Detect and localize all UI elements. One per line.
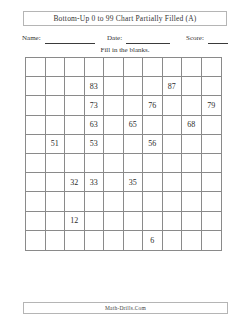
grid-cell-r2c10[interactable] bbox=[202, 77, 222, 96]
grid-cell-r8c9[interactable] bbox=[182, 192, 202, 211]
grid-cell-r10c5[interactable] bbox=[104, 231, 124, 250]
grid-cell-r8c7[interactable] bbox=[143, 192, 163, 211]
grid-cell-r1c10[interactable] bbox=[202, 58, 222, 77]
grid-cell-r1c5[interactable] bbox=[104, 58, 124, 77]
grid-cell-r6c4[interactable] bbox=[85, 154, 105, 173]
grid-cell-r8c10[interactable] bbox=[202, 192, 222, 211]
page-title: Bottom-Up 0 to 99 Chart Partially Filled… bbox=[23, 11, 227, 26]
grid-cell-r4c5[interactable] bbox=[104, 116, 124, 135]
grid-cell-r5c2: 51 bbox=[46, 135, 66, 154]
grid-cell-r2c3[interactable] bbox=[65, 77, 85, 96]
grid-cell-r9c3: 12 bbox=[65, 212, 85, 231]
grid-cell-r10c9[interactable] bbox=[182, 231, 202, 250]
grid-cell-r2c8: 87 bbox=[163, 77, 183, 96]
grid-cell-r9c9[interactable] bbox=[182, 212, 202, 231]
grid-cell-r1c3[interactable] bbox=[65, 58, 85, 77]
number-grid: 8387737679636568515356323335126 bbox=[25, 57, 222, 251]
grid-cell-r3c8[interactable] bbox=[163, 96, 183, 115]
grid-cell-r2c5[interactable] bbox=[104, 77, 124, 96]
grid-cell-r10c10[interactable] bbox=[202, 231, 222, 250]
grid-cell-r7c3: 32 bbox=[65, 173, 85, 192]
grid-cell-r4c4: 63 bbox=[85, 116, 105, 135]
grid-cell-r3c9[interactable] bbox=[182, 96, 202, 115]
grid-cell-r7c1[interactable] bbox=[26, 173, 46, 192]
grid-cell-r6c6[interactable] bbox=[124, 154, 144, 173]
grid-cell-r3c3[interactable] bbox=[65, 96, 85, 115]
name-input-line[interactable] bbox=[45, 35, 95, 44]
grid-cell-r5c4: 53 bbox=[85, 135, 105, 154]
grid-cell-r8c8[interactable] bbox=[163, 192, 183, 211]
grid-cell-r9c7[interactable] bbox=[143, 212, 163, 231]
grid-cell-r9c1[interactable] bbox=[26, 212, 46, 231]
grid-cell-r5c7: 56 bbox=[143, 135, 163, 154]
grid-cell-r5c6[interactable] bbox=[124, 135, 144, 154]
grid-cell-r4c7[interactable] bbox=[143, 116, 163, 135]
grid-cell-r4c3[interactable] bbox=[65, 116, 85, 135]
worksheet-page: Bottom-Up 0 to 99 Chart Partially Filled… bbox=[0, 0, 250, 324]
grid-cell-r10c8[interactable] bbox=[163, 231, 183, 250]
grid-cell-r8c6[interactable] bbox=[124, 192, 144, 211]
grid-cell-r1c9[interactable] bbox=[182, 58, 202, 77]
grid-cell-r2c6[interactable] bbox=[124, 77, 144, 96]
grid-cell-r2c1[interactable] bbox=[26, 77, 46, 96]
grid-cell-r3c5[interactable] bbox=[104, 96, 124, 115]
grid-cell-r3c10: 79 bbox=[202, 96, 222, 115]
grid-cell-r7c2[interactable] bbox=[46, 173, 66, 192]
grid-cell-r2c7[interactable] bbox=[143, 77, 163, 96]
grid-cell-r6c5[interactable] bbox=[104, 154, 124, 173]
grid-cell-r8c1[interactable] bbox=[26, 192, 46, 211]
grid-cell-r7c5[interactable] bbox=[104, 173, 124, 192]
grid-cell-r7c8[interactable] bbox=[163, 173, 183, 192]
grid-cell-r4c1[interactable] bbox=[26, 116, 46, 135]
grid-cell-r5c5[interactable] bbox=[104, 135, 124, 154]
date-input-line[interactable] bbox=[126, 35, 170, 44]
grid-cell-r4c2[interactable] bbox=[46, 116, 66, 135]
grid-cell-r9c4[interactable] bbox=[85, 212, 105, 231]
grid-cell-r7c7[interactable] bbox=[143, 173, 163, 192]
grid-cell-r7c6: 35 bbox=[124, 173, 144, 192]
grid-cell-r9c6[interactable] bbox=[124, 212, 144, 231]
score-input-line[interactable] bbox=[208, 35, 228, 44]
grid-cell-r9c2[interactable] bbox=[46, 212, 66, 231]
grid-cell-r2c2[interactable] bbox=[46, 77, 66, 96]
instruction-text: Fill in the blanks. bbox=[0, 46, 250, 55]
grid-cell-r8c2[interactable] bbox=[46, 192, 66, 211]
grid-cell-r6c9[interactable] bbox=[182, 154, 202, 173]
grid-cell-r5c10[interactable] bbox=[202, 135, 222, 154]
grid-cell-r1c6[interactable] bbox=[124, 58, 144, 77]
grid-cell-r2c9[interactable] bbox=[182, 77, 202, 96]
grid-cell-r4c6: 65 bbox=[124, 116, 144, 135]
grid-cell-r9c5[interactable] bbox=[104, 212, 124, 231]
grid-cell-r9c10[interactable] bbox=[202, 212, 222, 231]
grid-cell-r3c1[interactable] bbox=[26, 96, 46, 115]
grid-cell-r3c4: 73 bbox=[85, 96, 105, 115]
grid-cell-r5c1[interactable] bbox=[26, 135, 46, 154]
grid-cell-r3c7: 76 bbox=[143, 96, 163, 115]
grid-cell-r8c5[interactable] bbox=[104, 192, 124, 211]
grid-cell-r6c1[interactable] bbox=[26, 154, 46, 173]
name-label: Name: bbox=[22, 34, 41, 43]
grid-cell-r6c10[interactable] bbox=[202, 154, 222, 173]
grid-cell-r7c4: 33 bbox=[85, 173, 105, 192]
grid-cell-r10c7: 6 bbox=[143, 231, 163, 250]
grid-cell-r10c1[interactable] bbox=[26, 231, 46, 250]
grid-cell-r8c3[interactable] bbox=[65, 192, 85, 211]
grid-cell-r3c6[interactable] bbox=[124, 96, 144, 115]
grid-cell-r1c2[interactable] bbox=[46, 58, 66, 77]
grid-cell-r4c8[interactable] bbox=[163, 116, 183, 135]
grid-cell-r5c3[interactable] bbox=[65, 135, 85, 154]
grid-cell-r4c9: 68 bbox=[182, 116, 202, 135]
grid-cell-r4c10[interactable] bbox=[202, 116, 222, 135]
grid-cell-r10c3[interactable] bbox=[65, 231, 85, 250]
grid-cell-r1c1[interactable] bbox=[26, 58, 46, 77]
date-label: Date: bbox=[107, 34, 122, 43]
grid-cell-r6c2[interactable] bbox=[46, 154, 66, 173]
grid-cell-r2c4: 83 bbox=[85, 77, 105, 96]
grid-cell-r10c6[interactable] bbox=[124, 231, 144, 250]
grid-cell-r6c3[interactable] bbox=[65, 154, 85, 173]
grid-cell-r8c4[interactable] bbox=[85, 192, 105, 211]
grid-cell-r10c2[interactable] bbox=[46, 231, 66, 250]
grid-cell-r10c4[interactable] bbox=[85, 231, 105, 250]
footer-brand: Math-Drills.Com bbox=[23, 302, 228, 314]
grid-cell-r5c8[interactable] bbox=[163, 135, 183, 154]
grid-cell-r7c9[interactable] bbox=[182, 173, 202, 192]
grid-cell-r1c7[interactable] bbox=[143, 58, 163, 77]
grid-cell-r6c8[interactable] bbox=[163, 154, 183, 173]
grid-cell-r5c9[interactable] bbox=[182, 135, 202, 154]
score-label: Score: bbox=[186, 34, 204, 43]
grid-cell-r1c4[interactable] bbox=[85, 58, 105, 77]
grid-cell-r9c8[interactable] bbox=[163, 212, 183, 231]
grid-cell-r3c2[interactable] bbox=[46, 96, 66, 115]
grid-cell-r7c10[interactable] bbox=[202, 173, 222, 192]
grid-cell-r6c7[interactable] bbox=[143, 154, 163, 173]
grid-cell-r1c8[interactable] bbox=[163, 58, 183, 77]
